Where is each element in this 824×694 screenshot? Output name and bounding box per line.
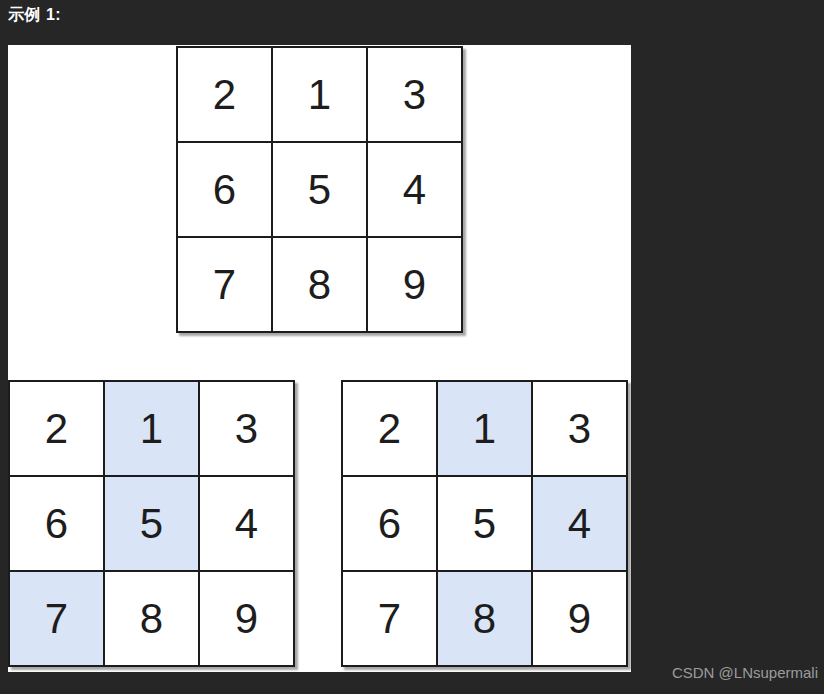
- grid-cell: 1: [273, 48, 366, 141]
- grid-cell: 6: [343, 477, 436, 570]
- grid-cell: 4: [533, 477, 626, 570]
- grid-cell: 5: [438, 477, 531, 570]
- grid-cell: 7: [178, 238, 271, 331]
- grid-original-matrix: 213654789: [176, 46, 463, 333]
- grid-cell: 6: [178, 143, 271, 236]
- grid-cell: 2: [10, 382, 103, 475]
- grid-cell: 8: [105, 572, 198, 665]
- grid-cell: 8: [273, 238, 366, 331]
- grid-cell: 9: [200, 572, 293, 665]
- grid-cell: 1: [438, 382, 531, 475]
- grid-cell: 9: [533, 572, 626, 665]
- grid-cell: 3: [200, 382, 293, 475]
- grid-cell: 3: [368, 48, 461, 141]
- grid-cell: 4: [368, 143, 461, 236]
- grid-falling-path-2: 213654789: [341, 380, 628, 667]
- grid-cell: 7: [10, 572, 103, 665]
- grid-cell: 5: [273, 143, 366, 236]
- page-title: 示例 1:: [8, 5, 61, 26]
- grid-cell: 4: [200, 477, 293, 570]
- grid-cell: 3: [533, 382, 626, 475]
- grid-cell: 6: [10, 477, 103, 570]
- grid-falling-path-1: 213654789: [8, 380, 295, 667]
- grid-cell: 2: [343, 382, 436, 475]
- grid-cell: 1: [105, 382, 198, 475]
- diagram-panel: 213654789 213654789 213654789: [8, 45, 631, 672]
- grid-cell: 2: [178, 48, 271, 141]
- watermark: CSDN @LNsupermali: [672, 664, 818, 681]
- grid-cell: 8: [438, 572, 531, 665]
- grid-cell: 7: [343, 572, 436, 665]
- grid-cell: 5: [105, 477, 198, 570]
- grid-cell: 9: [368, 238, 461, 331]
